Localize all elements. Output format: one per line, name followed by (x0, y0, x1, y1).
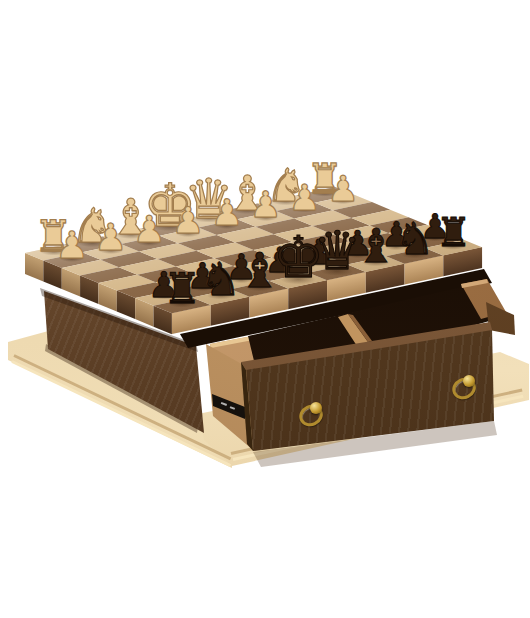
chess-piece-black-n-b8[interactable]: ♞ (395, 217, 435, 261)
chess-piece-black-r-a8[interactable]: ♜ (436, 212, 472, 252)
chess-piece-white-p-f2[interactable]: ♟ (133, 211, 166, 248)
chess-piece-black-n-g8[interactable]: ♞ (200, 256, 241, 302)
chess-piece-black-b-f8[interactable]: ♝ (238, 247, 281, 295)
chess-piece-white-p-a2[interactable]: ♟ (327, 171, 359, 206)
chess-piece-white-p-e2[interactable]: ♟ (172, 203, 205, 240)
brass-rosette-icon (310, 402, 322, 414)
brass-rosette-icon (463, 375, 475, 387)
chess-piece-white-p-c2[interactable]: ♟ (250, 187, 282, 223)
chess-piece-white-p-d2[interactable]: ♟ (211, 195, 244, 231)
chess-piece-white-p-h2[interactable]: ♟ (55, 227, 89, 264)
chess-set-product-photo: ♜♞♝♛♚♝♞♜♟♟♟♟♟♟♟♟♜♞♝♛♚♝♞♜♟♟♟♟♟♟♟♟ (0, 0, 530, 618)
chess-piece-black-b-c8[interactable]: ♝ (355, 223, 397, 270)
chess-piece-white-p-b2[interactable]: ♟ (288, 179, 320, 215)
chess-piece-black-r-h8[interactable]: ♜ (163, 268, 201, 310)
chess-piece-white-p-g2[interactable]: ♟ (94, 219, 127, 256)
